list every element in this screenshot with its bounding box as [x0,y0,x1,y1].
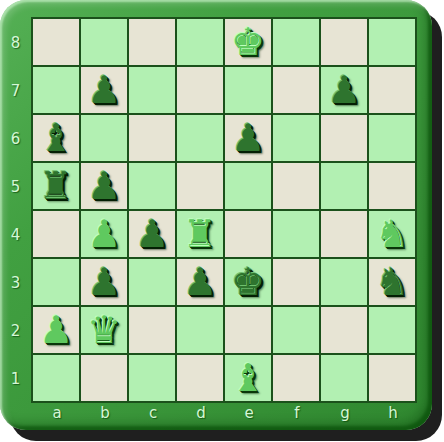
square-b2[interactable]: ♛ [81,307,127,353]
square-f2[interactable] [273,307,319,353]
square-g7[interactable]: ♟ [321,67,367,113]
square-d7[interactable] [177,67,223,113]
square-c8[interactable] [129,19,175,65]
square-a8[interactable] [33,19,79,65]
square-e2[interactable] [225,307,271,353]
piece-white-rook[interactable]: ♜ [177,211,223,257]
piece-black-rook[interactable]: ♜ [33,163,79,209]
square-e6[interactable]: ♟ [225,115,271,161]
piece-black-pawn[interactable]: ♟ [321,67,367,113]
square-f3[interactable] [273,259,319,305]
square-c7[interactable] [129,67,175,113]
square-c2[interactable] [129,307,175,353]
square-g6[interactable] [321,115,367,161]
square-c1[interactable] [129,355,175,401]
piece-white-bishop[interactable]: ♝ [225,355,271,401]
square-b7[interactable]: ♟ [81,67,127,113]
file-label-a: a [33,401,81,425]
piece-black-knight[interactable]: ♞ [369,259,415,305]
square-f8[interactable] [273,19,319,65]
rank-labels: 87654321 [0,19,31,403]
square-f4[interactable] [273,211,319,257]
piece-white-pawn[interactable]: ♟ [81,211,127,257]
square-h3[interactable]: ♞ [369,259,415,305]
square-c4[interactable]: ♟ [129,211,175,257]
square-g4[interactable] [321,211,367,257]
square-a7[interactable] [33,67,79,113]
square-b4[interactable]: ♟ [81,211,127,257]
square-e8[interactable]: ♚ [225,19,271,65]
square-a5[interactable]: ♜ [33,163,79,209]
square-g5[interactable] [321,163,367,209]
piece-white-pawn[interactable]: ♟ [33,307,79,353]
square-d3[interactable]: ♟ [177,259,223,305]
square-h6[interactable] [369,115,415,161]
piece-black-pawn[interactable]: ♟ [81,67,127,113]
square-h2[interactable] [369,307,415,353]
square-f5[interactable] [273,163,319,209]
file-label-g: g [321,401,369,425]
rank-label-7: 7 [0,67,31,115]
rank-label-3: 3 [0,259,31,307]
square-b1[interactable] [81,355,127,401]
rank-label-6: 6 [0,115,31,163]
file-label-e: e [225,401,273,425]
piece-black-pawn[interactable]: ♟ [129,211,175,257]
rank-label-4: 4 [0,211,31,259]
square-d8[interactable] [177,19,223,65]
square-f7[interactable] [273,67,319,113]
piece-white-queen[interactable]: ♛ [81,307,127,353]
piece-black-pawn[interactable]: ♟ [225,115,271,161]
square-d1[interactable] [177,355,223,401]
piece-white-knight[interactable]: ♞ [369,211,415,257]
file-label-c: c [129,401,177,425]
file-label-f: f [273,401,321,425]
rank-label-8: 8 [0,19,31,67]
square-d2[interactable] [177,307,223,353]
chess-app: 87654321 ♚♟♟♝♟♜♟♟♟♜♞♟♟♚♞♟♛♝ abcdefgh [0,0,444,442]
square-b8[interactable] [81,19,127,65]
square-f1[interactable] [273,355,319,401]
square-h4[interactable]: ♞ [369,211,415,257]
square-c3[interactable] [129,259,175,305]
square-a4[interactable] [33,211,79,257]
square-g1[interactable] [321,355,367,401]
square-d5[interactable] [177,163,223,209]
square-e4[interactable] [225,211,271,257]
square-b5[interactable]: ♟ [81,163,127,209]
square-e5[interactable] [225,163,271,209]
square-b6[interactable] [81,115,127,161]
square-h5[interactable] [369,163,415,209]
square-c6[interactable] [129,115,175,161]
file-label-b: b [81,401,129,425]
square-a1[interactable] [33,355,79,401]
square-h1[interactable] [369,355,415,401]
piece-black-pawn[interactable]: ♟ [81,259,127,305]
chess-board[interactable]: ♚♟♟♝♟♜♟♟♟♜♞♟♟♚♞♟♛♝ [31,17,417,403]
square-f6[interactable] [273,115,319,161]
piece-black-pawn[interactable]: ♟ [177,259,223,305]
square-e3[interactable]: ♚ [225,259,271,305]
rank-label-5: 5 [0,163,31,211]
square-e7[interactable] [225,67,271,113]
square-h7[interactable] [369,67,415,113]
rank-label-1: 1 [0,355,31,403]
piece-black-pawn[interactable]: ♟ [81,163,127,209]
square-a6[interactable]: ♝ [33,115,79,161]
square-g3[interactable] [321,259,367,305]
piece-white-king[interactable]: ♚ [225,19,271,65]
square-h8[interactable] [369,19,415,65]
square-d4[interactable]: ♜ [177,211,223,257]
square-b3[interactable]: ♟ [81,259,127,305]
rank-label-2: 2 [0,307,31,355]
file-label-d: d [177,401,225,425]
square-a3[interactable] [33,259,79,305]
piece-black-bishop[interactable]: ♝ [33,115,79,161]
square-e1[interactable]: ♝ [225,355,271,401]
square-d6[interactable] [177,115,223,161]
piece-black-king[interactable]: ♚ [225,259,271,305]
square-a2[interactable]: ♟ [33,307,79,353]
file-label-h: h [369,401,417,425]
file-labels: abcdefgh [33,401,417,425]
square-g8[interactable] [321,19,367,65]
square-c5[interactable] [129,163,175,209]
square-g2[interactable] [321,307,367,353]
